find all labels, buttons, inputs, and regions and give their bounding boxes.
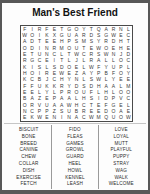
grid-cell: M [95,115,102,121]
grid-cell: K [28,115,35,121]
word-column: BISCUITBONEBREEDCANINECHEWCOLLARDISHEXER… [6,125,51,189]
puzzle-title: Man's Best Friend [2,7,148,18]
grid-cell: W [88,115,95,121]
grid-cell: O [117,115,124,121]
word-list: BISCUITBONEBREEDCANINECHEWCOLLARDISHEXER… [6,125,144,189]
word-item: BISCUIT [6,127,51,134]
word-item: GAMES [52,141,97,148]
word-item: FETCH [6,181,51,188]
grid-cell: E [21,115,28,121]
word-item: DISH [6,168,51,175]
word-item: GROWL [52,147,97,154]
letter-grid: FIRFETGOYTQARNLWOIKXGUARDSGWECADTEEHPSMS… [20,25,133,122]
grid-cell: A [73,115,80,121]
word-item: WAG [99,168,144,175]
word-item: FIDO [52,127,97,134]
word-item: CANINE [6,147,51,154]
grid-cell: W [36,115,43,121]
word-list-divider-line [4,123,146,124]
word-column: LOVELOYALMUTTPLAYFULPUPPYSTRAYWAGWALKWEL… [98,125,144,189]
grid-cell: C [80,115,87,121]
word-item: LEASH [52,181,97,188]
word-item: HEEL [52,161,97,168]
word-item: WALK [99,175,144,182]
grid-cell: W [125,115,132,121]
grid-cell: U [110,115,117,121]
grid-cell: E [43,115,50,121]
grid-cell: N [51,115,58,121]
word-item: HOWL [52,168,97,175]
word-item: KENNEL [52,175,97,182]
word-item: BONE [6,134,51,141]
word-item: PLAYFUL [99,147,144,154]
word-item: WELCOME [99,181,144,188]
word-item: GUARD [52,154,97,161]
word-item: LOYAL [99,134,144,141]
worksheet: { "game": "word-search", "title": "Man's… [0,0,150,194]
word-column: FIDOFLEASGAMESGROWLGUARDHEELHOWLKENNELLE… [51,125,97,189]
word-item: FLEAS [52,134,97,141]
word-item: EXERCISE [6,175,51,182]
word-item: CHEW [6,154,51,161]
grid-cell: I [58,115,65,121]
grid-cell: N [65,115,72,121]
puzzle-page: Man's Best Friend FIRFETGOYTQARNLWOIKXGU… [2,3,148,190]
word-item: LOVE [99,127,144,134]
grid-cell: Q [102,115,109,121]
word-item: MUTT [99,141,144,148]
word-item: PUPPY [99,154,144,161]
word-item: BREED [6,141,51,148]
word-item: COLLAR [6,161,51,168]
word-item: STRAY [99,161,144,168]
